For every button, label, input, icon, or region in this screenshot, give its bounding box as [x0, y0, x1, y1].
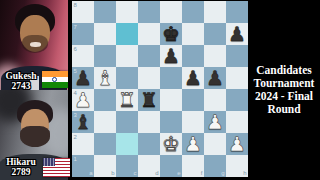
black-pawn-h7: ♟ [226, 23, 248, 45]
square-h6[interactable] [226, 45, 248, 67]
player-label-top: Gukesh 2743 [0, 72, 42, 90]
square-a3[interactable]: 3♝ [72, 111, 94, 133]
square-f7[interactable] [182, 23, 204, 45]
square-d4[interactable]: ♜ [138, 89, 160, 111]
square-d1[interactable]: d [138, 155, 160, 177]
square-b2[interactable] [94, 133, 116, 155]
square-h3[interactable] [226, 111, 248, 133]
square-b7[interactable] [94, 23, 116, 45]
square-d5[interactable] [138, 67, 160, 89]
chess-board: 87♚♟6♟5♟♝♟♟4♟♜♜3♝♟2♚♟♟1abcdefgh [72, 1, 248, 177]
rank-label-4: 4 [74, 90, 77, 96]
square-c6[interactable] [116, 45, 138, 67]
square-c1[interactable]: c [116, 155, 138, 177]
square-b4[interactable] [94, 89, 116, 111]
square-e7[interactable]: ♚ [160, 23, 182, 45]
square-a4[interactable]: 4♟ [72, 89, 94, 111]
black-pawn-g5: ♟ [204, 67, 226, 89]
square-a6[interactable]: 6 [72, 45, 94, 67]
square-f5[interactable]: ♟ [182, 67, 204, 89]
square-b3[interactable] [94, 111, 116, 133]
white-bishop-b5: ♝ [94, 67, 116, 89]
square-b6[interactable] [94, 45, 116, 67]
rank-label-3: 3 [74, 112, 77, 118]
square-a8[interactable]: 8 [72, 1, 94, 23]
square-d3[interactable] [138, 111, 160, 133]
square-f1[interactable]: f [182, 155, 204, 177]
white-rook-c4: ♜ [116, 89, 138, 111]
square-f2[interactable]: ♟ [182, 133, 204, 155]
square-c8[interactable] [116, 1, 138, 23]
square-h8[interactable] [226, 1, 248, 23]
player-name-top: Gukesh [0, 72, 42, 81]
file-label-h: h [243, 170, 246, 176]
square-h7[interactable]: ♟ [226, 23, 248, 45]
square-a2[interactable]: 2 [72, 133, 94, 155]
square-g3[interactable]: ♟ [204, 111, 226, 133]
square-d6[interactable] [138, 45, 160, 67]
square-e3[interactable] [160, 111, 182, 133]
square-a1[interactable]: 1a [72, 155, 94, 177]
rank-label-6: 6 [74, 46, 77, 52]
square-c2[interactable] [116, 133, 138, 155]
square-e6[interactable]: ♟ [160, 45, 182, 67]
square-f4[interactable] [182, 89, 204, 111]
square-e8[interactable] [160, 1, 182, 23]
event-title: Candidates Tournament 2024 - Final Round [248, 64, 320, 116]
black-pawn-f5: ♟ [182, 67, 204, 89]
white-pawn-h2: ♟ [226, 133, 248, 155]
square-c7[interactable] [116, 23, 138, 45]
file-label-f: f [201, 170, 203, 176]
square-a5[interactable]: 5♟ [72, 67, 94, 89]
square-d7[interactable] [138, 23, 160, 45]
square-h1[interactable]: h [226, 155, 248, 177]
square-b5[interactable]: ♝ [94, 67, 116, 89]
square-e1[interactable]: e [160, 155, 182, 177]
player-rating-top: 2743 [0, 82, 42, 91]
india-flag-icon [42, 71, 68, 88]
square-f8[interactable] [182, 1, 204, 23]
square-f6[interactable] [182, 45, 204, 67]
square-h2[interactable]: ♟ [226, 133, 248, 155]
square-c3[interactable] [116, 111, 138, 133]
square-e4[interactable] [160, 89, 182, 111]
player-rating-bottom: 2789 [0, 168, 42, 177]
title-panel: Candidates Tournament 2024 - Final Round [248, 0, 320, 180]
black-pawn-e6: ♟ [160, 45, 182, 67]
square-d8[interactable] [138, 1, 160, 23]
player-name-bottom: Hikaru [0, 158, 42, 167]
square-g2[interactable] [204, 133, 226, 155]
black-king-e7: ♚ [160, 23, 182, 45]
file-label-d: d [155, 170, 158, 176]
file-label-a: a [89, 170, 92, 176]
square-f3[interactable] [182, 111, 204, 133]
black-rook-d4: ♜ [138, 89, 160, 111]
square-e5[interactable] [160, 67, 182, 89]
usa-flag-canton [43, 158, 55, 166]
square-e2[interactable]: ♚ [160, 133, 182, 155]
usa-flag-icon [43, 158, 70, 177]
rank-label-2: 2 [74, 134, 77, 140]
square-g4[interactable] [204, 89, 226, 111]
ashoka-chakra-icon [52, 77, 57, 82]
rank-label-7: 7 [74, 24, 77, 30]
square-d2[interactable] [138, 133, 160, 155]
file-label-c: c [134, 170, 137, 176]
file-label-g: g [221, 170, 224, 176]
square-g1[interactable]: g [204, 155, 226, 177]
rank-label-1: 1 [74, 156, 77, 162]
file-label-b: b [111, 170, 114, 176]
square-c4[interactable]: ♜ [116, 89, 138, 111]
square-g6[interactable] [204, 45, 226, 67]
square-c5[interactable] [116, 67, 138, 89]
video-thumbnail: Gukesh 2743 Hikaru 2789 87♚♟6♟5♟♝♟♟4♟♜♜3… [0, 0, 320, 180]
square-b8[interactable] [94, 1, 116, 23]
file-label-e: e [177, 170, 180, 176]
square-a7[interactable]: 7 [72, 23, 94, 45]
player-label-bottom: Hikaru 2789 [0, 158, 42, 176]
square-g8[interactable] [204, 1, 226, 23]
photo-smile [30, 42, 41, 47]
square-g5[interactable]: ♟ [204, 67, 226, 89]
square-b1[interactable]: b [94, 155, 116, 177]
white-pawn-g3: ♟ [204, 111, 226, 133]
white-king-e2: ♚ [160, 133, 182, 155]
rank-label-8: 8 [74, 2, 77, 8]
photo-beard [20, 126, 50, 147]
square-g7[interactable] [204, 23, 226, 45]
white-pawn-f2: ♟ [182, 133, 204, 155]
square-h5[interactable] [226, 67, 248, 89]
rank-label-5: 5 [74, 68, 77, 74]
square-h4[interactable] [226, 89, 248, 111]
